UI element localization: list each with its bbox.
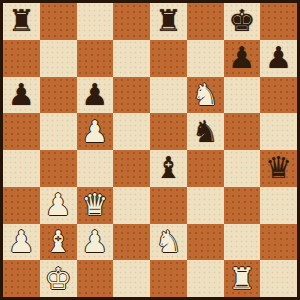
square-c3[interactable]: ♛ bbox=[77, 187, 114, 224]
square-b4[interactable] bbox=[40, 150, 77, 187]
square-h2[interactable] bbox=[260, 224, 297, 261]
black-knight-f5[interactable]: ♞ bbox=[192, 117, 219, 147]
square-e2[interactable]: ♞ bbox=[150, 224, 187, 261]
white-bishop-b2[interactable]: ♝ bbox=[45, 227, 72, 257]
square-g1[interactable]: ♜ bbox=[224, 260, 261, 297]
square-c6[interactable]: ♟ bbox=[77, 77, 114, 114]
white-queen-c3[interactable]: ♛ bbox=[81, 190, 108, 220]
square-d7[interactable] bbox=[113, 40, 150, 77]
square-g5[interactable] bbox=[224, 113, 261, 150]
square-d2[interactable] bbox=[113, 224, 150, 261]
square-d8[interactable] bbox=[113, 3, 150, 40]
square-h4[interactable]: ♛ bbox=[260, 150, 297, 187]
white-pawn-c2[interactable]: ♟ bbox=[81, 227, 108, 257]
square-c1[interactable] bbox=[77, 260, 114, 297]
square-a3[interactable] bbox=[3, 187, 40, 224]
square-c4[interactable] bbox=[77, 150, 114, 187]
square-c7[interactable] bbox=[77, 40, 114, 77]
square-f7[interactable] bbox=[187, 40, 224, 77]
square-e7[interactable] bbox=[150, 40, 187, 77]
square-f6[interactable]: ♞ bbox=[187, 77, 224, 114]
square-b8[interactable] bbox=[40, 3, 77, 40]
square-f8[interactable] bbox=[187, 3, 224, 40]
white-rook-g1[interactable]: ♜ bbox=[228, 264, 255, 294]
square-g6[interactable] bbox=[224, 77, 261, 114]
square-c5[interactable]: ♟ bbox=[77, 113, 114, 150]
square-b7[interactable] bbox=[40, 40, 77, 77]
black-pawn-h7[interactable]: ♟ bbox=[265, 43, 292, 73]
square-h8[interactable] bbox=[260, 3, 297, 40]
square-a6[interactable]: ♟ bbox=[3, 77, 40, 114]
square-b5[interactable] bbox=[40, 113, 77, 150]
square-e5[interactable] bbox=[150, 113, 187, 150]
square-f5[interactable]: ♞ bbox=[187, 113, 224, 150]
square-f4[interactable] bbox=[187, 150, 224, 187]
square-e8[interactable]: ♜ bbox=[150, 3, 187, 40]
square-g4[interactable] bbox=[224, 150, 261, 187]
square-a8[interactable]: ♜ bbox=[3, 3, 40, 40]
square-a4[interactable] bbox=[3, 150, 40, 187]
square-b2[interactable]: ♝ bbox=[40, 224, 77, 261]
square-g7[interactable]: ♟ bbox=[224, 40, 261, 77]
square-h3[interactable] bbox=[260, 187, 297, 224]
square-g2[interactable] bbox=[224, 224, 261, 261]
square-g3[interactable] bbox=[224, 187, 261, 224]
square-a5[interactable] bbox=[3, 113, 40, 150]
square-b3[interactable]: ♟ bbox=[40, 187, 77, 224]
square-e4[interactable]: ♝ bbox=[150, 150, 187, 187]
black-pawn-c6[interactable]: ♟ bbox=[81, 80, 108, 110]
white-pawn-c5[interactable]: ♟ bbox=[81, 117, 108, 147]
square-f1[interactable] bbox=[187, 260, 224, 297]
square-d5[interactable] bbox=[113, 113, 150, 150]
square-a1[interactable] bbox=[3, 260, 40, 297]
square-b1[interactable]: ♚ bbox=[40, 260, 77, 297]
black-pawn-a6[interactable]: ♟ bbox=[8, 80, 35, 110]
square-d6[interactable] bbox=[113, 77, 150, 114]
black-king-g8[interactable]: ♚ bbox=[228, 6, 255, 36]
square-a2[interactable]: ♟ bbox=[3, 224, 40, 261]
square-h1[interactable] bbox=[260, 260, 297, 297]
square-a7[interactable] bbox=[3, 40, 40, 77]
square-c8[interactable] bbox=[77, 3, 114, 40]
square-d4[interactable] bbox=[113, 150, 150, 187]
black-pawn-g7[interactable]: ♟ bbox=[228, 43, 255, 73]
white-pawn-b3[interactable]: ♟ bbox=[45, 190, 72, 220]
square-b6[interactable] bbox=[40, 77, 77, 114]
square-e3[interactable] bbox=[150, 187, 187, 224]
black-rook-e8[interactable]: ♜ bbox=[155, 6, 182, 36]
square-h5[interactable] bbox=[260, 113, 297, 150]
white-knight-f6[interactable]: ♞ bbox=[192, 80, 219, 110]
white-knight-e2[interactable]: ♞ bbox=[155, 227, 182, 257]
black-queen-h4[interactable]: ♛ bbox=[265, 153, 292, 183]
square-e1[interactable] bbox=[150, 260, 187, 297]
square-e6[interactable] bbox=[150, 77, 187, 114]
white-king-b1[interactable]: ♚ bbox=[45, 264, 72, 294]
square-f3[interactable] bbox=[187, 187, 224, 224]
chess-board: ♜♜♚♟♟♟♟♞♟♞♝♛♟♛♟♝♟♞♚♜ bbox=[0, 0, 300, 300]
square-h7[interactable]: ♟ bbox=[260, 40, 297, 77]
white-pawn-a2[interactable]: ♟ bbox=[8, 227, 35, 257]
square-c2[interactable]: ♟ bbox=[77, 224, 114, 261]
square-d3[interactable] bbox=[113, 187, 150, 224]
black-rook-a8[interactable]: ♜ bbox=[8, 6, 35, 36]
square-g8[interactable]: ♚ bbox=[224, 3, 261, 40]
black-bishop-e4[interactable]: ♝ bbox=[155, 153, 182, 183]
square-h6[interactable] bbox=[260, 77, 297, 114]
square-f2[interactable] bbox=[187, 224, 224, 261]
square-d1[interactable] bbox=[113, 260, 150, 297]
